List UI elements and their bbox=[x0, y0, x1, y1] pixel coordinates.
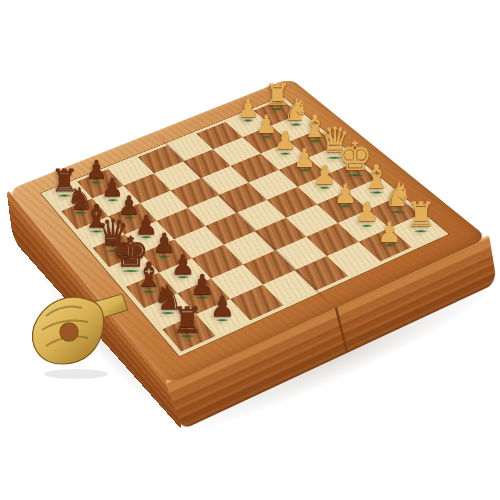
brass-clasp-icon bbox=[24, 286, 134, 382]
fold-seam-side bbox=[334, 304, 348, 354]
product-photo-scene: ♜♞♝♛♚♝♞♜♟♟♟♟♟♟♟♟♟♟♟♟♟♟♟♟♜♞♝♛♚♝♞♜ bbox=[0, 0, 500, 500]
